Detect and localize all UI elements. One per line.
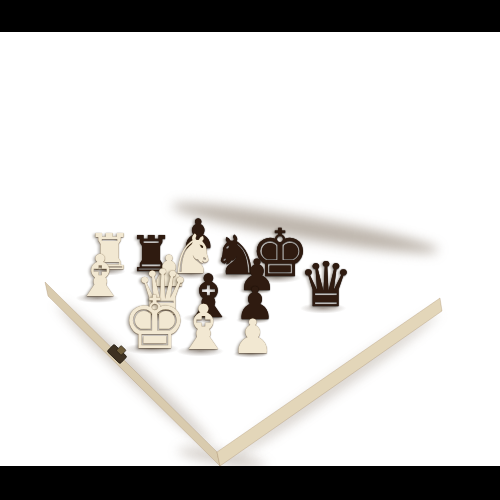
- letterbox-top-bar: [0, 0, 500, 32]
- board-clasp: [107, 341, 130, 364]
- product-photo-chess-set: ABCDEFGH44332211ABCDEFGHABCDEFGH88776655…: [0, 0, 500, 500]
- board-left-side-face: [45, 282, 220, 466]
- letterbox-bottom-bar: [0, 466, 500, 500]
- scene: ABCDEFGH44332211ABCDEFGHABCDEFGH88776655…: [0, 0, 500, 500]
- board-side-faces: [0, 0, 500, 500]
- board-right-side-face: [217, 298, 442, 466]
